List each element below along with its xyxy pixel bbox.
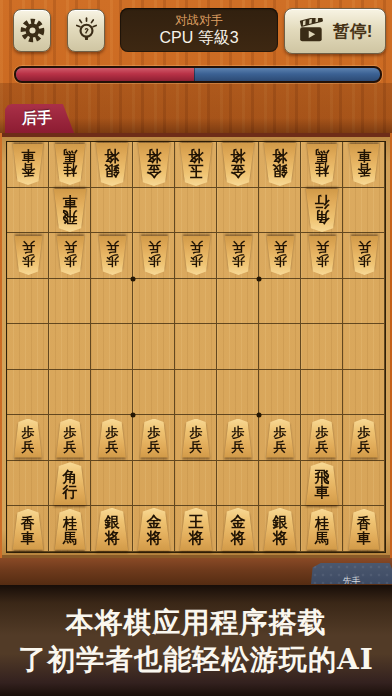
caption-line2: 了初学者也能轻松游玩的AI	[18, 641, 374, 678]
board-cell[interactable]	[7, 324, 49, 370]
board-cell[interactable]: 歩兵	[7, 233, 49, 279]
gote-ribbon-label: 后手	[22, 109, 52, 128]
board-cell[interactable]: 角行	[301, 188, 343, 234]
board-cell[interactable]	[175, 324, 217, 370]
board-cell[interactable]: 歩兵	[91, 233, 133, 279]
board-cell[interactable]	[343, 324, 385, 370]
board-cell[interactable]	[7, 461, 49, 507]
caption-panel: 本将棋应用程序搭载 了初学者也能轻松游玩的AI	[0, 585, 392, 696]
shogi-piece-歩兵[interactable]: 歩兵	[223, 419, 254, 458]
shogi-piece-歩兵[interactable]: 歩兵	[55, 419, 86, 458]
board-cell[interactable]: 歩兵	[133, 233, 175, 279]
board-cell[interactable]: 王将	[175, 506, 217, 552]
board-cell[interactable]	[175, 188, 217, 234]
board-cell[interactable]: 桂馬	[49, 142, 91, 188]
board-cell[interactable]	[301, 279, 343, 325]
shogi-piece-金将[interactable]: 金将	[220, 508, 256, 551]
board-cell[interactable]: 香車	[7, 506, 49, 552]
board-cell[interactable]	[7, 188, 49, 234]
board-cell[interactable]	[175, 279, 217, 325]
board-cell[interactable]: 金将	[133, 506, 175, 552]
gote-ribbon: 后手	[5, 104, 74, 133]
shogi-piece-飛車[interactable]: 飛車	[304, 462, 340, 505]
pause-button[interactable]: 暂停!	[284, 8, 386, 54]
board-cell[interactable]	[49, 279, 91, 325]
shogi-board: 香車桂馬銀将金将玉将金将銀将桂馬香車飛車角行歩兵歩兵歩兵歩兵歩兵歩兵歩兵歩兵歩兵…	[2, 133, 390, 558]
board-cell[interactable]	[7, 370, 49, 416]
opponent-info-panel: 对战对手 CPU 等級3	[120, 8, 278, 52]
board-cell[interactable]	[133, 370, 175, 416]
shogi-piece-歩兵[interactable]: 歩兵	[349, 236, 380, 275]
board-cell[interactable]: 銀将	[259, 142, 301, 188]
board-cell[interactable]: 歩兵	[259, 415, 301, 461]
shogi-piece-香車[interactable]: 香車	[11, 509, 45, 550]
shogi-piece-香車[interactable]: 香車	[11, 144, 45, 185]
shogi-piece-歩兵[interactable]: 歩兵	[265, 236, 296, 275]
board-cell[interactable]	[301, 324, 343, 370]
board-cell[interactable]	[91, 324, 133, 370]
board-cell[interactable]	[343, 370, 385, 416]
board-cell[interactable]: 歩兵	[301, 233, 343, 279]
board-cell[interactable]: 銀将	[259, 506, 301, 552]
board-cell[interactable]: 歩兵	[259, 233, 301, 279]
star-point	[130, 276, 135, 281]
shogi-piece-飛車[interactable]: 飛車	[52, 189, 88, 232]
board-cell[interactable]: 香車	[343, 506, 385, 552]
board-cell[interactable]	[217, 188, 259, 234]
board-cell[interactable]	[259, 188, 301, 234]
clapperboard-icon	[298, 18, 326, 44]
board-cell[interactable]	[343, 461, 385, 507]
shogi-piece-歩兵[interactable]: 歩兵	[97, 236, 128, 275]
evaluation-bar	[14, 66, 382, 83]
shogi-piece-王将[interactable]: 王将	[178, 508, 214, 551]
star-point	[257, 276, 262, 281]
board-cell[interactable]	[133, 461, 175, 507]
board-cell[interactable]	[343, 279, 385, 325]
pause-label: 暂停!	[333, 20, 373, 43]
opponent-value: CPU 等級3	[159, 28, 238, 47]
shogi-piece-香車[interactable]: 香車	[347, 509, 381, 550]
shogi-piece-歩兵[interactable]: 歩兵	[139, 419, 170, 458]
star-point	[130, 413, 135, 418]
sente-ribbon: 先手	[311, 563, 392, 584]
board-cell[interactable]: 銀将	[91, 142, 133, 188]
board-cell[interactable]: 桂馬	[301, 142, 343, 188]
board-cell[interactable]	[91, 279, 133, 325]
board-cell[interactable]	[49, 324, 91, 370]
shogi-piece-歩兵[interactable]: 歩兵	[181, 236, 212, 275]
shogi-piece-香車[interactable]: 香車	[347, 144, 381, 185]
board-cell[interactable]	[133, 324, 175, 370]
shogi-piece-歩兵[interactable]: 歩兵	[265, 419, 296, 458]
board-cell[interactable]: 金将	[217, 506, 259, 552]
shogi-piece-銀将[interactable]: 銀将	[94, 508, 130, 551]
board-cell[interactable]: 歩兵	[217, 415, 259, 461]
board-cell[interactable]	[259, 461, 301, 507]
board-cell[interactable]	[133, 279, 175, 325]
shogi-piece-金将[interactable]: 金将	[220, 143, 256, 186]
board-cell[interactable]	[217, 324, 259, 370]
shogi-piece-銀将[interactable]: 銀将	[262, 508, 298, 551]
settings-button[interactable]	[13, 9, 51, 52]
shogi-piece-歩兵[interactable]: 歩兵	[13, 236, 44, 275]
shogi-piece-桂馬[interactable]: 桂馬	[53, 144, 87, 185]
board-cell[interactable]: 歩兵	[133, 415, 175, 461]
board-cell[interactable]	[301, 370, 343, 416]
shogi-piece-歩兵[interactable]: 歩兵	[349, 419, 380, 458]
board-cell[interactable]: 歩兵	[49, 415, 91, 461]
board-cell[interactable]: 歩兵	[49, 233, 91, 279]
shogi-piece-歩兵[interactable]: 歩兵	[13, 419, 44, 458]
board-cell[interactable]: 歩兵	[301, 415, 343, 461]
board-cell[interactable]: 香車	[343, 142, 385, 188]
shogi-piece-歩兵[interactable]: 歩兵	[181, 419, 212, 458]
board-cell[interactable]: 金将	[133, 142, 175, 188]
shogi-piece-歩兵[interactable]: 歩兵	[139, 236, 170, 275]
board-cell[interactable]	[175, 370, 217, 416]
board-cell[interactable]: 銀将	[91, 506, 133, 552]
hint-button[interactable]	[67, 9, 105, 52]
shogi-piece-銀将[interactable]: 銀将	[94, 143, 130, 186]
caption-line1: 本将棋应用程序搭载	[66, 604, 327, 641]
shogi-piece-玉将[interactable]: 玉将	[178, 143, 214, 186]
shogi-piece-歩兵[interactable]: 歩兵	[55, 236, 86, 275]
board-cell[interactable]: 歩兵	[343, 233, 385, 279]
board-cell[interactable]	[49, 370, 91, 416]
shogi-app-screen: 对战对手 CPU 等級3 暂停! 后手	[0, 0, 392, 696]
board-cell[interactable]: 金将	[217, 142, 259, 188]
board-cell[interactable]	[91, 370, 133, 416]
board-cell[interactable]	[175, 461, 217, 507]
shogi-piece-桂馬[interactable]: 桂馬	[305, 509, 339, 550]
shogi-piece-歩兵[interactable]: 歩兵	[223, 236, 254, 275]
sente-ribbon-label: 先手	[343, 576, 361, 584]
shogi-piece-角行[interactable]: 角行	[52, 462, 88, 505]
board-cell[interactable]: 角行	[49, 461, 91, 507]
board-cell[interactable]	[217, 370, 259, 416]
board-cell[interactable]	[133, 188, 175, 234]
lightbulb-icon	[73, 17, 100, 44]
board-cell[interactable]: 香車	[7, 142, 49, 188]
board-cell[interactable]	[259, 279, 301, 325]
board-cell[interactable]	[217, 461, 259, 507]
board-cell[interactable]	[91, 188, 133, 234]
board-cell[interactable]	[259, 370, 301, 416]
shogi-piece-歩兵[interactable]: 歩兵	[307, 419, 338, 458]
board-cell[interactable]	[7, 279, 49, 325]
board-cell[interactable]: 歩兵	[7, 415, 49, 461]
board-grid: 香車桂馬銀将金将玉将金将銀将桂馬香車飛車角行歩兵歩兵歩兵歩兵歩兵歩兵歩兵歩兵歩兵…	[6, 141, 386, 553]
opponent-label: 对战对手	[175, 13, 223, 28]
shogi-piece-金将[interactable]: 金将	[136, 143, 172, 186]
board-cell[interactable]: 歩兵	[343, 415, 385, 461]
board-cell[interactable]: 飛車	[301, 461, 343, 507]
board-cell[interactable]	[217, 279, 259, 325]
shogi-piece-銀将[interactable]: 銀将	[262, 143, 298, 186]
board-cell[interactable]: 玉将	[175, 142, 217, 188]
shogi-piece-角行[interactable]: 角行	[304, 189, 340, 232]
board-cell[interactable]: 歩兵	[91, 415, 133, 461]
evaluation-bar-red	[16, 68, 194, 81]
board-cell[interactable]: 桂馬	[301, 506, 343, 552]
gear-icon	[19, 17, 46, 44]
board-cell[interactable]: 歩兵	[175, 233, 217, 279]
board-cell[interactable]	[343, 188, 385, 234]
shogi-piece-桂馬[interactable]: 桂馬	[53, 509, 87, 550]
board-cell[interactable]: 歩兵	[217, 233, 259, 279]
board-cell[interactable]: 歩兵	[175, 415, 217, 461]
shogi-piece-歩兵[interactable]: 歩兵	[307, 236, 338, 275]
board-cell[interactable]	[259, 324, 301, 370]
board-cell[interactable]	[91, 461, 133, 507]
board-cell[interactable]: 飛車	[49, 188, 91, 234]
shogi-piece-金将[interactable]: 金将	[136, 508, 172, 551]
board-cell[interactable]: 桂馬	[49, 506, 91, 552]
star-point	[257, 413, 262, 418]
shogi-piece-歩兵[interactable]: 歩兵	[97, 419, 128, 458]
shogi-piece-桂馬[interactable]: 桂馬	[305, 144, 339, 185]
